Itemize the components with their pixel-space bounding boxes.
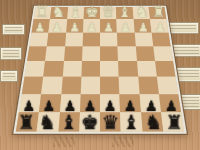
square-g2[interactable]: ♟: [49, 19, 67, 32]
name-plaque: [2, 24, 25, 35]
square-e7[interactable]: ♟: [80, 94, 100, 112]
square-g5[interactable]: [43, 61, 63, 77]
square-c3[interactable]: [117, 32, 135, 46]
square-e8[interactable]: ♚: [79, 112, 100, 132]
black-bishop[interactable]: ♝: [58, 113, 79, 133]
square-h3[interactable]: [29, 32, 48, 46]
square-a1[interactable]: ♜: [148, 7, 166, 19]
square-b3[interactable]: [134, 32, 153, 46]
square-b1[interactable]: ♞: [132, 7, 150, 19]
square-e6[interactable]: [80, 77, 100, 94]
square-e5[interactable]: [81, 61, 100, 77]
black-knight[interactable]: ♞: [142, 113, 163, 133]
square-b6[interactable]: [138, 77, 159, 94]
square-h6[interactable]: [22, 77, 44, 94]
square-a6[interactable]: [157, 77, 179, 94]
chess-board: ♜♞♝♚♛♝♞♜♟♟♟♟♟♟♟♟♟♟♟♟♟♟♟♟♜♞♝♚♛♝♞♜: [13, 6, 187, 134]
inlay-chevron: [53, 137, 75, 147]
square-f4[interactable]: [64, 46, 83, 61]
white-queen[interactable]: ♛: [100, 4, 117, 19]
square-f1[interactable]: ♝: [67, 7, 84, 19]
square-b2[interactable]: ♟: [133, 19, 151, 32]
square-f7[interactable]: ♟: [59, 94, 80, 112]
white-rook[interactable]: ♜: [150, 4, 167, 19]
square-c5[interactable]: [118, 61, 138, 77]
square-g8[interactable]: ♞: [37, 112, 60, 132]
chess-board-photo: ♜♞♝♚♛♝♞♜♟♟♟♟♟♟♟♟♟♟♟♟♟♟♟♟♜♞♝♚♛♝♞♜: [0, 0, 200, 150]
board-squares: ♜♞♝♚♛♝♞♜♟♟♟♟♟♟♟♟♟♟♟♟♟♟♟♟♜♞♝♚♛♝♞♜: [16, 7, 184, 132]
white-rook[interactable]: ♜: [33, 4, 50, 19]
square-g6[interactable]: [41, 77, 62, 94]
square-d5[interactable]: [100, 61, 119, 77]
square-f8[interactable]: ♝: [58, 112, 80, 132]
black-rook[interactable]: ♜: [16, 113, 37, 133]
square-b5[interactable]: [137, 61, 157, 77]
white-pawn[interactable]: ♟: [134, 21, 151, 33]
white-pawn[interactable]: ♟: [83, 21, 100, 33]
square-d7[interactable]: ♟: [100, 94, 120, 112]
white-king[interactable]: ♚: [83, 4, 100, 19]
square-d2[interactable]: ♟: [100, 19, 117, 32]
square-c2[interactable]: ♟: [117, 19, 135, 32]
square-h5[interactable]: [24, 61, 45, 77]
square-f5[interactable]: [62, 61, 82, 77]
square-f6[interactable]: [61, 77, 81, 94]
square-g1[interactable]: ♞: [50, 7, 68, 19]
white-bishop[interactable]: ♝: [67, 4, 84, 19]
square-d1[interactable]: ♛: [100, 7, 117, 19]
square-a2[interactable]: ♟: [150, 19, 169, 32]
square-d6[interactable]: [100, 77, 120, 94]
board-perspective-scene: ♜♞♝♚♛♝♞♜♟♟♟♟♟♟♟♟♟♟♟♟♟♟♟♟♜♞♝♚♛♝♞♜: [25, 0, 175, 136]
square-f3[interactable]: [65, 32, 83, 46]
square-a5[interactable]: [155, 61, 176, 77]
square-g3[interactable]: [47, 32, 66, 46]
white-pawn[interactable]: ♟: [49, 21, 66, 33]
square-c6[interactable]: [119, 77, 139, 94]
square-a7[interactable]: ♟: [159, 94, 181, 112]
white-knight[interactable]: ♞: [133, 4, 150, 19]
square-d3[interactable]: [100, 32, 118, 46]
square-a8[interactable]: ♜: [161, 112, 184, 132]
square-b4[interactable]: [135, 46, 154, 61]
square-g4[interactable]: [45, 46, 64, 61]
square-d8[interactable]: ♛: [100, 112, 121, 132]
white-pawn[interactable]: ♟: [31, 21, 48, 33]
square-e4[interactable]: [82, 46, 100, 61]
white-pawn[interactable]: ♟: [100, 21, 117, 33]
black-knight[interactable]: ♞: [37, 113, 58, 133]
square-e1[interactable]: ♚: [83, 7, 100, 19]
square-b7[interactable]: ♟: [139, 94, 161, 112]
square-c7[interactable]: ♟: [120, 94, 141, 112]
square-f2[interactable]: ♟: [66, 19, 84, 32]
square-a3[interactable]: [151, 32, 170, 46]
square-c4[interactable]: [118, 46, 137, 61]
square-h4[interactable]: [27, 46, 47, 61]
square-d4[interactable]: [100, 46, 118, 61]
black-king[interactable]: ♚: [79, 113, 100, 133]
white-pawn[interactable]: ♟: [151, 21, 168, 33]
name-plaque: [0, 70, 18, 82]
black-bishop[interactable]: ♝: [121, 113, 142, 133]
square-a4[interactable]: [153, 46, 173, 61]
white-pawn[interactable]: ♟: [117, 21, 134, 33]
square-g7[interactable]: ♟: [39, 94, 61, 112]
white-knight[interactable]: ♞: [50, 4, 67, 19]
black-rook[interactable]: ♜: [163, 113, 184, 133]
black-queen[interactable]: ♛: [100, 113, 121, 133]
white-pawn[interactable]: ♟: [66, 21, 83, 33]
inlay-chevron: [112, 137, 134, 147]
square-e3[interactable]: [82, 32, 100, 46]
square-e2[interactable]: ♟: [83, 19, 100, 32]
square-c8[interactable]: ♝: [120, 112, 142, 132]
square-b8[interactable]: ♞: [141, 112, 164, 132]
square-c1[interactable]: ♝: [116, 7, 133, 19]
name-plaque: [0, 47, 22, 60]
white-bishop[interactable]: ♝: [117, 4, 134, 19]
